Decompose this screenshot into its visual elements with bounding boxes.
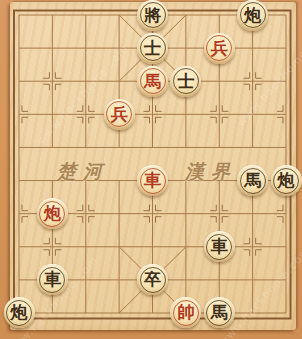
- piece-glyph: 炮: [278, 172, 295, 189]
- piece-glyph: 兵: [111, 105, 128, 122]
- black-chariot-a-piece[interactable]: 車: [204, 231, 235, 262]
- piece-glyph: 士: [177, 72, 194, 89]
- black-cannon-c-piece[interactable]: 炮: [4, 297, 35, 328]
- piece-glyph: 炮: [44, 205, 61, 222]
- piece-glyph: 車: [144, 172, 161, 189]
- black-advisor-a-piece[interactable]: 士: [137, 33, 168, 64]
- piece-glyph: 馬: [244, 172, 261, 189]
- piece-glyph: 馬: [144, 72, 161, 89]
- red-soldier-a-piece[interactable]: 兵: [204, 33, 235, 64]
- black-general-piece[interactable]: 將: [137, 0, 168, 31]
- red-chariot-piece[interactable]: 車: [137, 165, 168, 196]
- piece-glyph: 車: [211, 238, 228, 255]
- red-horse-piece[interactable]: 馬: [137, 66, 168, 97]
- red-cannon-piece[interactable]: 炮: [37, 198, 68, 229]
- black-cannon-b-piece[interactable]: 炮: [271, 165, 302, 196]
- piece-glyph: 車: [44, 271, 61, 288]
- piece-glyph: 炮: [244, 6, 261, 23]
- piece-glyph: 將: [144, 6, 161, 23]
- black-cannon-a-piece[interactable]: 炮: [237, 0, 268, 31]
- red-soldier-b-piece[interactable]: 兵: [104, 99, 135, 130]
- piece-glyph: 兵: [211, 39, 228, 56]
- piece-glyph: 卒: [144, 271, 161, 288]
- piece-glyph: 馬: [211, 304, 228, 321]
- black-horse-a-piece[interactable]: 馬: [237, 165, 268, 196]
- piece-glyph: 炮: [11, 304, 28, 321]
- piece-glyph: 帥: [177, 304, 194, 321]
- black-advisor-b-piece[interactable]: 士: [170, 66, 201, 97]
- piece-glyph: 士: [144, 39, 161, 56]
- xiangqi-app: 楚河 漢界 www.hackhome.com www.hackhome.com …: [0, 0, 302, 339]
